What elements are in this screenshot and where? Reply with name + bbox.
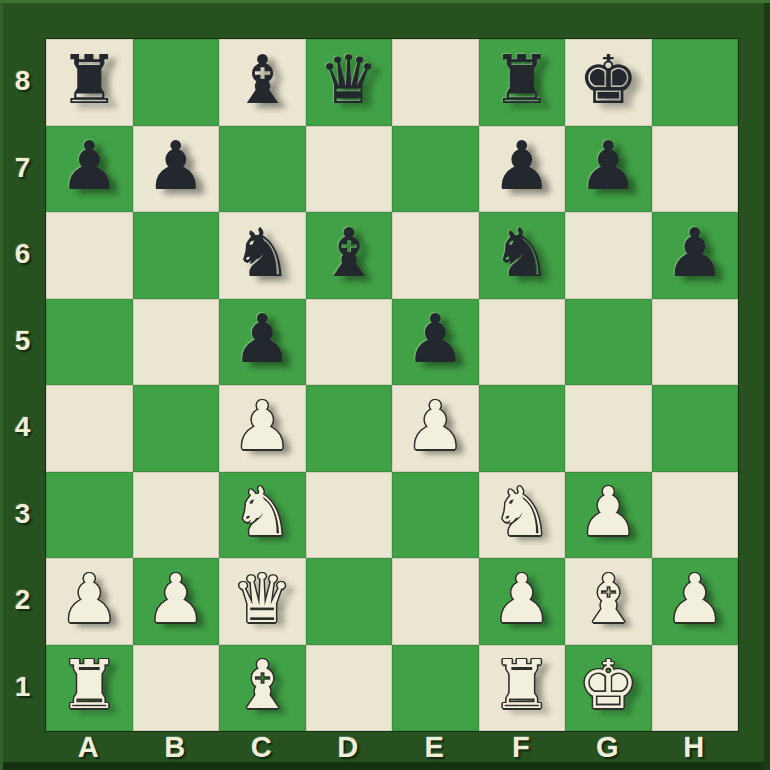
piece-black-pawn[interactable]: ♟ [146, 133, 206, 200]
square-f1[interactable]: ♜ [479, 645, 566, 732]
piece-white-bishop[interactable]: ♝ [578, 566, 638, 633]
square-c1[interactable]: ♝ [219, 645, 306, 732]
rank-label-8: 8 [0, 38, 45, 125]
rank-label-2: 2 [0, 557, 45, 644]
piece-white-pawn[interactable]: ♟ [59, 566, 119, 633]
square-a7[interactable]: ♟ [46, 126, 133, 213]
piece-black-queen[interactable]: ♛ [319, 47, 379, 114]
square-e3[interactable] [392, 472, 479, 559]
square-f7[interactable]: ♟ [479, 126, 566, 213]
file-labels: ABCDEFGH [45, 730, 737, 764]
piece-white-pawn[interactable]: ♟ [405, 393, 465, 460]
square-g6[interactable] [565, 212, 652, 299]
square-c4[interactable]: ♟ [219, 385, 306, 472]
rank-label-4: 4 [0, 384, 45, 471]
piece-white-rook[interactable]: ♜ [492, 652, 552, 719]
rank-label-5: 5 [0, 298, 45, 385]
piece-white-rook[interactable]: ♜ [59, 652, 119, 719]
square-g1[interactable]: ♚ [565, 645, 652, 732]
square-e7[interactable] [392, 126, 479, 213]
piece-white-pawn[interactable]: ♟ [146, 566, 206, 633]
square-h5[interactable] [652, 299, 739, 386]
square-f2[interactable]: ♟ [479, 558, 566, 645]
square-e5[interactable]: ♟ [392, 299, 479, 386]
square-c3[interactable]: ♞ [219, 472, 306, 559]
square-d4[interactable] [306, 385, 393, 472]
piece-black-pawn[interactable]: ♟ [405, 306, 465, 373]
file-label-g: G [564, 730, 651, 764]
rank-label-1: 1 [0, 644, 45, 731]
square-d8[interactable]: ♛ [306, 39, 393, 126]
piece-black-pawn[interactable]: ♟ [232, 306, 292, 373]
piece-white-pawn[interactable]: ♟ [578, 479, 638, 546]
square-a2[interactable]: ♟ [46, 558, 133, 645]
square-h3[interactable] [652, 472, 739, 559]
file-label-f: F [478, 730, 565, 764]
square-b3[interactable] [133, 472, 220, 559]
square-h4[interactable] [652, 385, 739, 472]
square-f3[interactable]: ♞ [479, 472, 566, 559]
square-d3[interactable] [306, 472, 393, 559]
square-c2[interactable]: ♛ [219, 558, 306, 645]
square-h6[interactable]: ♟ [652, 212, 739, 299]
square-d6[interactable]: ♝ [306, 212, 393, 299]
file-label-h: H [651, 730, 738, 764]
square-h1[interactable] [652, 645, 739, 732]
square-b4[interactable] [133, 385, 220, 472]
square-a1[interactable]: ♜ [46, 645, 133, 732]
square-d5[interactable] [306, 299, 393, 386]
rank-label-6: 6 [0, 211, 45, 298]
piece-white-pawn[interactable]: ♟ [232, 393, 292, 460]
square-a3[interactable] [46, 472, 133, 559]
piece-black-bishop[interactable]: ♝ [232, 47, 292, 114]
square-c5[interactable]: ♟ [219, 299, 306, 386]
file-label-c: C [218, 730, 305, 764]
square-e6[interactable] [392, 212, 479, 299]
square-h7[interactable] [652, 126, 739, 213]
piece-white-knight[interactable]: ♞ [232, 479, 292, 546]
rank-labels: 87654321 [0, 38, 45, 730]
square-d1[interactable] [306, 645, 393, 732]
piece-white-bishop[interactable]: ♝ [232, 652, 292, 719]
square-c7[interactable] [219, 126, 306, 213]
square-f5[interactable] [479, 299, 566, 386]
square-a4[interactable] [46, 385, 133, 472]
square-b8[interactable] [133, 39, 220, 126]
square-g7[interactable]: ♟ [565, 126, 652, 213]
piece-black-rook[interactable]: ♜ [492, 47, 552, 114]
piece-white-pawn[interactable]: ♟ [492, 566, 552, 633]
square-g3[interactable]: ♟ [565, 472, 652, 559]
piece-white-king[interactable]: ♚ [578, 652, 638, 719]
square-c6[interactable]: ♞ [219, 212, 306, 299]
square-a8[interactable]: ♜ [46, 39, 133, 126]
board-frame: 87654321 ♜♝♛♜♚♟♟♟♟♞♝♞♟♟♟♟♟♞♞♟♟♟♛♟♝♟♜♝♜♚ … [0, 0, 770, 770]
square-g5[interactable] [565, 299, 652, 386]
file-label-e: E [391, 730, 478, 764]
square-b7[interactable]: ♟ [133, 126, 220, 213]
square-e4[interactable]: ♟ [392, 385, 479, 472]
square-b2[interactable]: ♟ [133, 558, 220, 645]
piece-black-pawn[interactable]: ♟ [665, 220, 725, 287]
file-label-a: A [45, 730, 132, 764]
square-g4[interactable] [565, 385, 652, 472]
square-d7[interactable] [306, 126, 393, 213]
square-f8[interactable]: ♜ [479, 39, 566, 126]
piece-black-rook[interactable]: ♜ [59, 47, 119, 114]
square-e8[interactable] [392, 39, 479, 126]
file-label-b: B [132, 730, 219, 764]
piece-black-pawn[interactable]: ♟ [578, 133, 638, 200]
square-e2[interactable] [392, 558, 479, 645]
square-g8[interactable]: ♚ [565, 39, 652, 126]
piece-black-bishop[interactable]: ♝ [319, 220, 379, 287]
square-h2[interactable]: ♟ [652, 558, 739, 645]
square-b5[interactable] [133, 299, 220, 386]
square-h8[interactable] [652, 39, 739, 126]
square-d2[interactable] [306, 558, 393, 645]
rank-label-7: 7 [0, 125, 45, 212]
piece-white-knight[interactable]: ♞ [492, 479, 552, 546]
square-e1[interactable] [392, 645, 479, 732]
square-a5[interactable] [46, 299, 133, 386]
file-label-d: D [305, 730, 392, 764]
square-b6[interactable] [133, 212, 220, 299]
square-g2[interactable]: ♝ [565, 558, 652, 645]
piece-black-king[interactable]: ♚ [578, 47, 638, 114]
square-f4[interactable] [479, 385, 566, 472]
piece-black-pawn[interactable]: ♟ [492, 133, 552, 200]
piece-black-knight[interactable]: ♞ [492, 220, 552, 287]
rank-label-3: 3 [0, 471, 45, 558]
chess-board[interactable]: ♜♝♛♜♚♟♟♟♟♞♝♞♟♟♟♟♟♞♞♟♟♟♛♟♝♟♜♝♜♚ [45, 38, 739, 732]
piece-black-knight[interactable]: ♞ [232, 220, 292, 287]
square-c8[interactable]: ♝ [219, 39, 306, 126]
square-f6[interactable]: ♞ [479, 212, 566, 299]
piece-white-queen[interactable]: ♛ [232, 566, 292, 633]
square-b1[interactable] [133, 645, 220, 732]
piece-black-pawn[interactable]: ♟ [59, 133, 119, 200]
square-a6[interactable] [46, 212, 133, 299]
piece-white-pawn[interactable]: ♟ [665, 566, 725, 633]
